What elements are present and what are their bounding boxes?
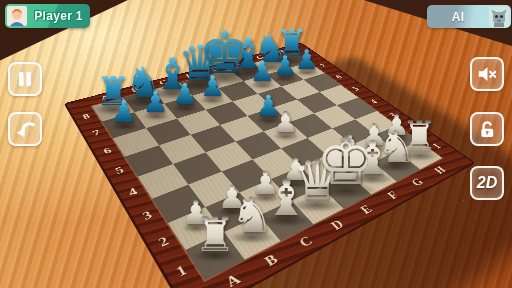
blue-pawn-c7[interactable]: ♟ xyxy=(172,79,198,108)
blue-pawn-h7[interactable]: ♟ xyxy=(294,45,318,72)
piece-shadow xyxy=(291,198,344,211)
player1-banner: Player 1 xyxy=(5,4,90,28)
piece-glyph: ♟ xyxy=(294,45,318,72)
piece-shadow xyxy=(110,123,139,130)
pause-icon xyxy=(15,69,35,89)
piece-shadow xyxy=(262,214,310,226)
piece-shadow xyxy=(229,230,276,242)
piece-shadow xyxy=(192,250,237,261)
player1-avatar xyxy=(7,6,27,26)
piece-shadow xyxy=(294,69,320,75)
piece-shadow xyxy=(171,104,199,111)
padlock-open-icon xyxy=(477,119,498,140)
ai-avatar xyxy=(489,7,509,27)
2d-view-label: 2D xyxy=(477,174,497,192)
blue-pawn-b7[interactable]: ♟ xyxy=(143,88,169,117)
pause-button[interactable] xyxy=(8,62,42,96)
piece-shadow xyxy=(376,160,418,171)
white-rook-h1[interactable]: ♜ xyxy=(401,116,438,157)
undo-arrow-icon xyxy=(14,118,36,140)
white-pawn-e4[interactable]: ♟ xyxy=(273,107,299,136)
game-screen: AA88BB77CC66DD55EE44FF33GG22HH11 ♜♞♝♛♚♝♞… xyxy=(0,0,512,288)
blue-pawn-d7[interactable]: ♟ xyxy=(200,72,225,100)
2d-view-button[interactable]: 2D xyxy=(470,166,504,200)
blue-pawn-a7[interactable]: ♟ xyxy=(111,97,138,127)
piece-shadow xyxy=(350,172,395,183)
human-avatar-icon xyxy=(7,6,27,26)
piece-shadow xyxy=(272,132,300,139)
piece-shadow xyxy=(199,96,226,103)
piece-shadow xyxy=(272,76,298,82)
robot-avatar-icon xyxy=(489,7,509,27)
piece-shadow xyxy=(249,81,276,88)
ai-banner: AI xyxy=(427,5,511,28)
speaker-muted-icon xyxy=(476,63,498,85)
piece-shadow xyxy=(142,113,170,120)
undo-button[interactable] xyxy=(8,112,42,146)
player1-name: Player 1 xyxy=(27,9,90,23)
unlock-button[interactable] xyxy=(470,112,504,146)
ai-name: AI xyxy=(427,10,489,24)
piece-shadow xyxy=(400,150,439,160)
mute-button[interactable] xyxy=(470,57,504,91)
